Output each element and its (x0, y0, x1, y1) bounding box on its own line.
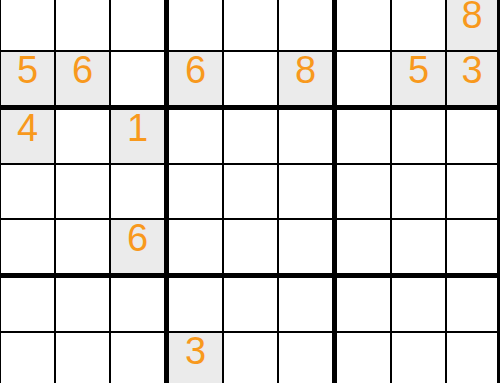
cell-r2c4[interactable] (169, 0, 224, 52)
sudoku-viewport: 85668534163 (0, 0, 500, 383)
cell-r2c6[interactable] (279, 0, 337, 52)
cell-r2c8[interactable] (392, 0, 447, 52)
cell-r2c1[interactable] (1, 0, 56, 52)
cell-r2c3[interactable] (111, 0, 169, 52)
cell-r6c6[interactable] (279, 220, 337, 278)
cell-r2c9[interactable]: 8 (447, 0, 497, 52)
cell-r3c1[interactable]: 5 (1, 52, 56, 110)
cell-r4c4[interactable] (169, 110, 224, 165)
cell-r5c5[interactable] (224, 165, 279, 220)
cell-r5c3[interactable] (111, 165, 169, 220)
cell-r3c4[interactable]: 6 (169, 52, 224, 110)
cell-r8c7[interactable] (337, 333, 392, 383)
cell-r7c9[interactable] (447, 278, 497, 333)
cell-r5c9[interactable] (447, 165, 497, 220)
cell-r4c3[interactable]: 1 (111, 110, 169, 165)
cell-r2c2[interactable] (56, 0, 111, 52)
cell-r3c7[interactable] (337, 52, 392, 110)
cell-r3c9[interactable]: 3 (447, 52, 497, 110)
cell-r5c4[interactable] (169, 165, 224, 220)
cell-r6c1[interactable] (1, 220, 56, 278)
cell-r3c8[interactable]: 5 (392, 52, 447, 110)
cell-r5c1[interactable] (1, 165, 56, 220)
cell-r8c1[interactable] (1, 333, 56, 383)
cell-r5c7[interactable] (337, 165, 392, 220)
cell-r3c5[interactable] (224, 52, 279, 110)
cell-r3c2[interactable]: 6 (56, 52, 111, 110)
cell-r7c6[interactable] (279, 278, 337, 333)
cell-r7c2[interactable] (56, 278, 111, 333)
cell-r7c7[interactable] (337, 278, 392, 333)
cell-r5c2[interactable] (56, 165, 111, 220)
cell-r8c3[interactable] (111, 333, 169, 383)
cell-r6c3[interactable]: 6 (111, 220, 169, 278)
cell-r8c9[interactable] (447, 333, 497, 383)
cell-r8c8[interactable] (392, 333, 447, 383)
cell-r8c5[interactable] (224, 333, 279, 383)
cell-r6c5[interactable] (224, 220, 279, 278)
cell-r4c6[interactable] (279, 110, 337, 165)
cell-r5c8[interactable] (392, 165, 447, 220)
cell-r6c8[interactable] (392, 220, 447, 278)
cell-r5c6[interactable] (279, 165, 337, 220)
cell-r7c5[interactable] (224, 278, 279, 333)
cell-r8c2[interactable] (56, 333, 111, 383)
cell-r4c1[interactable]: 4 (1, 110, 56, 165)
cell-r4c2[interactable] (56, 110, 111, 165)
cell-r8c6[interactable] (279, 333, 337, 383)
cell-r2c5[interactable] (224, 0, 279, 52)
cell-r6c7[interactable] (337, 220, 392, 278)
cell-r7c4[interactable] (169, 278, 224, 333)
cell-r6c2[interactable] (56, 220, 111, 278)
cell-r7c8[interactable] (392, 278, 447, 333)
sudoku-board: 85668534163 (0, 0, 500, 383)
cell-r6c9[interactable] (447, 220, 497, 278)
cell-r4c5[interactable] (224, 110, 279, 165)
cell-r4c8[interactable] (392, 110, 447, 165)
cell-r6c4[interactable] (169, 220, 224, 278)
cell-r4c7[interactable] (337, 110, 392, 165)
cell-r8c4[interactable]: 3 (169, 333, 224, 383)
cell-r7c3[interactable] (111, 278, 169, 333)
cell-r2c7[interactable] (337, 0, 392, 52)
cell-r3c3[interactable] (111, 52, 169, 110)
cell-r3c6[interactable]: 8 (279, 52, 337, 110)
cell-r4c9[interactable] (447, 110, 497, 165)
cell-r7c1[interactable] (1, 278, 56, 333)
